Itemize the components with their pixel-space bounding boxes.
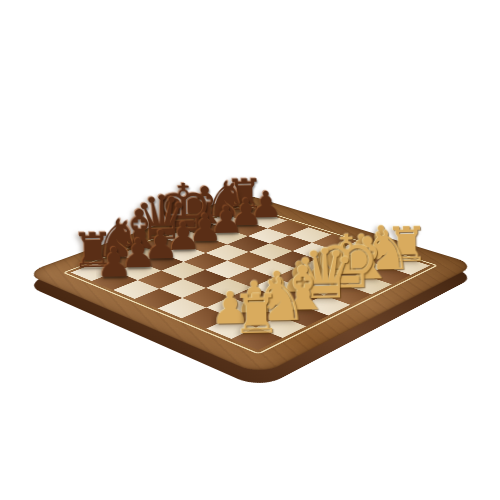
scene: ♜♞♝♛♚♝♞♜♟♟♟♟♟♟♟♟♟♟♟♟♟♟♟♟♜♞♝♛♚♝♞♜ bbox=[0, 0, 500, 500]
chess-board: ♜♞♝♛♚♝♞♜♟♟♟♟♟♟♟♟♟♟♟♟♟♟♟♟♜♞♝♛♚♝♞♜ bbox=[24, 193, 476, 375]
product-photo: ♜♞♝♛♚♝♞♜♟♟♟♟♟♟♟♟♟♟♟♟♟♟♟♟♜♞♝♛♚♝♞♜ bbox=[0, 0, 500, 500]
piece-white-rook-a1: ♜ bbox=[232, 286, 282, 341]
piece-black-pawn-a7: ♟ bbox=[95, 242, 132, 283]
